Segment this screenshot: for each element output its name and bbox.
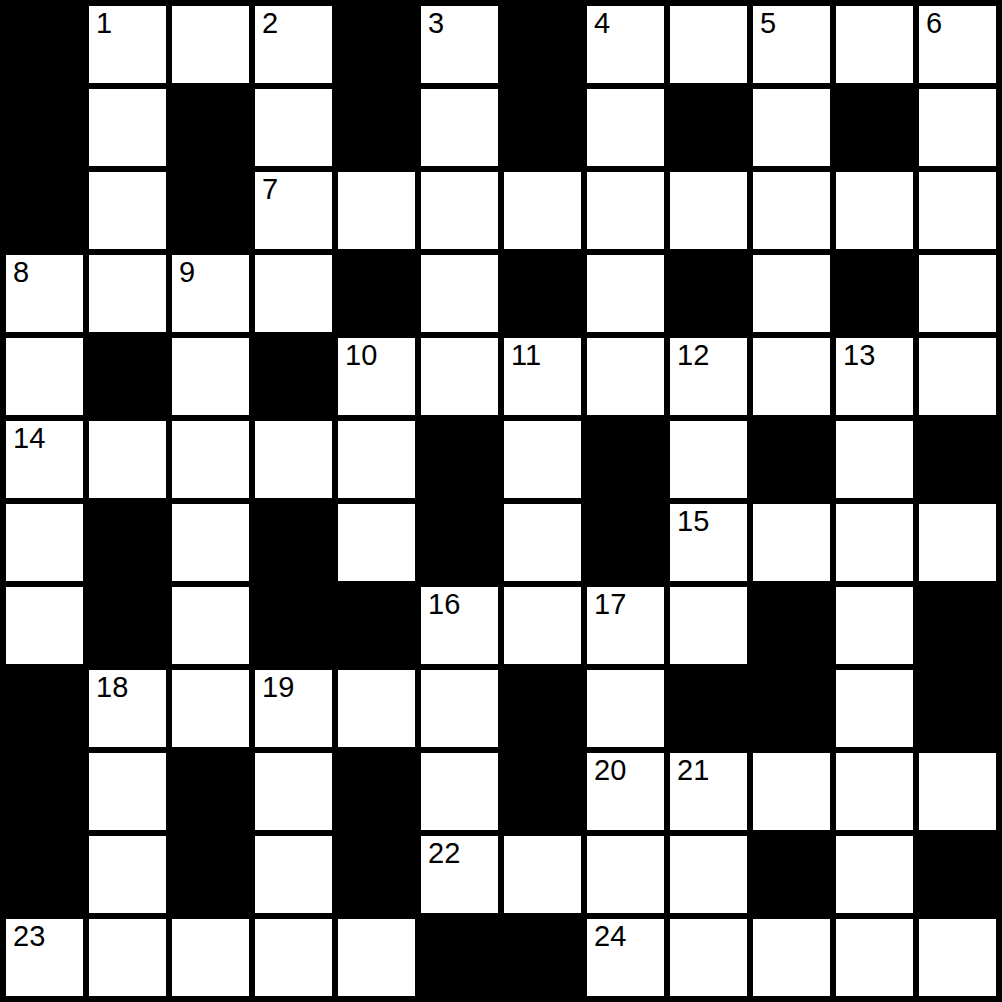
cell-r3-c2[interactable] bbox=[89, 172, 166, 249]
cell-r8-c11[interactable] bbox=[836, 587, 913, 664]
cell-r10-c6[interactable] bbox=[421, 753, 498, 830]
cell-r12-c2[interactable] bbox=[89, 919, 166, 996]
clue-number-3: 3 bbox=[428, 8, 444, 40]
cell-r5-c5[interactable]: 10 bbox=[338, 338, 415, 415]
cell-r4-c10[interactable] bbox=[753, 255, 830, 332]
cell-r8-c9[interactable] bbox=[670, 587, 747, 664]
cell-r3-c6[interactable] bbox=[421, 172, 498, 249]
cell-r1-c6[interactable]: 3 bbox=[421, 6, 498, 83]
clue-number-17: 17 bbox=[594, 589, 626, 621]
clue-number-13: 13 bbox=[843, 340, 875, 372]
cell-r5-c9[interactable]: 12 bbox=[670, 338, 747, 415]
black-cell-r10-c7 bbox=[504, 753, 581, 830]
cell-r2-c4[interactable] bbox=[255, 89, 332, 166]
black-cell-r6-c8 bbox=[587, 421, 664, 498]
black-cell-r8-c12 bbox=[919, 587, 996, 664]
cell-r12-c3[interactable] bbox=[172, 919, 249, 996]
cell-r7-c3[interactable] bbox=[172, 504, 249, 581]
cell-r8-c7[interactable] bbox=[504, 587, 581, 664]
cell-r1-c10[interactable]: 5 bbox=[753, 6, 830, 83]
cell-r6-c1[interactable]: 14 bbox=[6, 421, 83, 498]
black-cell-r9-c1 bbox=[6, 670, 83, 747]
cell-r1-c2[interactable]: 1 bbox=[89, 6, 166, 83]
cell-r5-c7[interactable]: 11 bbox=[504, 338, 581, 415]
black-cell-r4-c7 bbox=[504, 255, 581, 332]
cell-r1-c8[interactable]: 4 bbox=[587, 6, 664, 83]
cell-r8-c8[interactable]: 17 bbox=[587, 587, 664, 664]
black-cell-r4-c5 bbox=[338, 255, 415, 332]
clue-number-5: 5 bbox=[760, 8, 776, 40]
cell-r10-c12[interactable] bbox=[919, 753, 996, 830]
cell-r11-c9[interactable] bbox=[670, 836, 747, 913]
black-cell-r9-c12 bbox=[919, 670, 996, 747]
clue-number-24: 24 bbox=[594, 921, 626, 953]
clue-number-16: 16 bbox=[428, 589, 460, 621]
cell-r5-c11[interactable]: 13 bbox=[836, 338, 913, 415]
clue-number-7: 7 bbox=[262, 174, 278, 206]
cell-r3-c7[interactable] bbox=[504, 172, 581, 249]
cell-r9-c4[interactable]: 19 bbox=[255, 670, 332, 747]
cell-r4-c1[interactable]: 8 bbox=[6, 255, 83, 332]
black-cell-r11-c10 bbox=[753, 836, 830, 913]
cell-r2-c2[interactable] bbox=[89, 89, 166, 166]
cell-r10-c9[interactable]: 21 bbox=[670, 753, 747, 830]
cell-r3-c11[interactable] bbox=[836, 172, 913, 249]
black-cell-r6-c12 bbox=[919, 421, 996, 498]
cell-r1-c11[interactable] bbox=[836, 6, 913, 83]
black-cell-r7-c8 bbox=[587, 504, 664, 581]
cell-r5-c1[interactable] bbox=[6, 338, 83, 415]
cell-r9-c2[interactable]: 18 bbox=[89, 670, 166, 747]
cell-r12-c12[interactable] bbox=[919, 919, 996, 996]
black-cell-r8-c10 bbox=[753, 587, 830, 664]
cell-r11-c7[interactable] bbox=[504, 836, 581, 913]
black-cell-r10-c3 bbox=[172, 753, 249, 830]
clue-number-9: 9 bbox=[179, 257, 195, 289]
black-cell-r7-c4 bbox=[255, 504, 332, 581]
cell-r5-c8[interactable] bbox=[587, 338, 664, 415]
cell-r5-c6[interactable] bbox=[421, 338, 498, 415]
cell-r11-c2[interactable] bbox=[89, 836, 166, 913]
cell-r2-c10[interactable] bbox=[753, 89, 830, 166]
cell-r9-c5[interactable] bbox=[338, 670, 415, 747]
cell-r7-c5[interactable] bbox=[338, 504, 415, 581]
cell-r11-c11[interactable] bbox=[836, 836, 913, 913]
cell-r6-c4[interactable] bbox=[255, 421, 332, 498]
black-cell-r4-c9 bbox=[670, 255, 747, 332]
cell-r9-c3[interactable] bbox=[172, 670, 249, 747]
black-cell-r9-c9 bbox=[670, 670, 747, 747]
cell-r5-c10[interactable] bbox=[753, 338, 830, 415]
cell-r7-c11[interactable] bbox=[836, 504, 913, 581]
cell-r3-c8[interactable] bbox=[587, 172, 664, 249]
cell-r9-c6[interactable] bbox=[421, 670, 498, 747]
black-cell-r2-c11 bbox=[836, 89, 913, 166]
cell-r12-c8[interactable]: 24 bbox=[587, 919, 664, 996]
cell-r12-c1[interactable]: 23 bbox=[6, 919, 83, 996]
cell-r11-c8[interactable] bbox=[587, 836, 664, 913]
cell-r12-c9[interactable] bbox=[670, 919, 747, 996]
clue-number-15: 15 bbox=[677, 506, 709, 538]
cell-r4-c3[interactable]: 9 bbox=[172, 255, 249, 332]
clue-number-2: 2 bbox=[262, 8, 278, 40]
black-cell-r2-c5 bbox=[338, 89, 415, 166]
black-cell-r11-c12 bbox=[919, 836, 996, 913]
cell-r12-c4[interactable] bbox=[255, 919, 332, 996]
clue-number-4: 4 bbox=[594, 8, 610, 40]
crossword-grid: 123456789101112131415161718192021222324 bbox=[0, 0, 1002, 1002]
black-cell-r10-c5 bbox=[338, 753, 415, 830]
black-cell-r11-c1 bbox=[6, 836, 83, 913]
cell-r4-c12[interactable] bbox=[919, 255, 996, 332]
cell-r8-c1[interactable] bbox=[6, 587, 83, 664]
cell-r3-c4[interactable]: 7 bbox=[255, 172, 332, 249]
cell-r1-c9[interactable] bbox=[670, 6, 747, 83]
cell-r11-c6[interactable]: 22 bbox=[421, 836, 498, 913]
cell-r1-c12[interactable]: 6 bbox=[919, 6, 996, 83]
clue-number-6: 6 bbox=[926, 8, 942, 40]
cell-r2-c6[interactable] bbox=[421, 89, 498, 166]
clue-number-11: 11 bbox=[511, 340, 541, 372]
black-cell-r7-c2 bbox=[89, 504, 166, 581]
clue-number-14: 14 bbox=[13, 423, 45, 455]
cell-r6-c2[interactable] bbox=[89, 421, 166, 498]
cell-r2-c8[interactable] bbox=[587, 89, 664, 166]
cell-r10-c10[interactable] bbox=[753, 753, 830, 830]
cell-r3-c12[interactable] bbox=[919, 172, 996, 249]
cell-r3-c9[interactable] bbox=[670, 172, 747, 249]
cell-r6-c3[interactable] bbox=[172, 421, 249, 498]
black-cell-r1-c7 bbox=[504, 6, 581, 83]
black-cell-r5-c2 bbox=[89, 338, 166, 415]
black-cell-r9-c10 bbox=[753, 670, 830, 747]
cell-r8-c3[interactable] bbox=[172, 587, 249, 664]
cell-r1-c4[interactable]: 2 bbox=[255, 6, 332, 83]
black-cell-r6-c6 bbox=[421, 421, 498, 498]
cell-r8-c6[interactable]: 16 bbox=[421, 587, 498, 664]
cell-r12-c10[interactable] bbox=[753, 919, 830, 996]
clue-number-8: 8 bbox=[13, 257, 29, 289]
cell-r7-c12[interactable] bbox=[919, 504, 996, 581]
cell-r3-c10[interactable] bbox=[753, 172, 830, 249]
black-cell-r8-c2 bbox=[89, 587, 166, 664]
black-cell-r5-c4 bbox=[255, 338, 332, 415]
black-cell-r8-c4 bbox=[255, 587, 332, 664]
cell-r10-c4[interactable] bbox=[255, 753, 332, 830]
cell-r12-c5[interactable] bbox=[338, 919, 415, 996]
black-cell-r10-c1 bbox=[6, 753, 83, 830]
cell-r6-c5[interactable] bbox=[338, 421, 415, 498]
cell-r7-c1[interactable] bbox=[6, 504, 83, 581]
cell-r12-c11[interactable] bbox=[836, 919, 913, 996]
cell-r9-c8[interactable] bbox=[587, 670, 664, 747]
cell-r4-c2[interactable] bbox=[89, 255, 166, 332]
cell-r2-c12[interactable] bbox=[919, 89, 996, 166]
black-cell-r7-c6 bbox=[421, 504, 498, 581]
cell-r7-c10[interactable] bbox=[753, 504, 830, 581]
black-cell-r12-c6 bbox=[421, 919, 498, 996]
clue-number-22: 22 bbox=[428, 838, 460, 870]
black-cell-r6-c10 bbox=[753, 421, 830, 498]
black-cell-r4-c11 bbox=[836, 255, 913, 332]
black-cell-r3-c1 bbox=[6, 172, 83, 249]
cell-r4-c4[interactable] bbox=[255, 255, 332, 332]
black-cell-r2-c3 bbox=[172, 89, 249, 166]
cell-r9-c11[interactable] bbox=[836, 670, 913, 747]
black-cell-r1-c5 bbox=[338, 6, 415, 83]
cell-r1-c3[interactable] bbox=[172, 6, 249, 83]
cell-r10-c2[interactable] bbox=[89, 753, 166, 830]
clue-number-1: 1 bbox=[96, 8, 112, 40]
black-cell-r1-c1 bbox=[6, 6, 83, 83]
black-cell-r8-c5 bbox=[338, 587, 415, 664]
black-cell-r3-c3 bbox=[172, 172, 249, 249]
cell-r4-c8[interactable] bbox=[587, 255, 664, 332]
clue-number-20: 20 bbox=[594, 755, 626, 787]
black-cell-r9-c7 bbox=[504, 670, 581, 747]
cell-r6-c11[interactable] bbox=[836, 421, 913, 498]
cell-r7-c9[interactable]: 15 bbox=[670, 504, 747, 581]
clue-number-23: 23 bbox=[13, 921, 45, 953]
cell-r6-c7[interactable] bbox=[504, 421, 581, 498]
black-cell-r2-c1 bbox=[6, 89, 83, 166]
black-cell-r2-c7 bbox=[504, 89, 581, 166]
clue-number-21: 21 bbox=[677, 755, 709, 787]
cell-r4-c6[interactable] bbox=[421, 255, 498, 332]
cell-r5-c3[interactable] bbox=[172, 338, 249, 415]
black-cell-r11-c5 bbox=[338, 836, 415, 913]
cell-r10-c8[interactable]: 20 bbox=[587, 753, 664, 830]
black-cell-r2-c9 bbox=[670, 89, 747, 166]
black-cell-r11-c3 bbox=[172, 836, 249, 913]
cell-r3-c5[interactable] bbox=[338, 172, 415, 249]
cell-r10-c11[interactable] bbox=[836, 753, 913, 830]
cell-r11-c4[interactable] bbox=[255, 836, 332, 913]
cell-r6-c9[interactable] bbox=[670, 421, 747, 498]
cell-r7-c7[interactable] bbox=[504, 504, 581, 581]
clue-number-10: 10 bbox=[345, 340, 377, 372]
black-cell-r12-c7 bbox=[504, 919, 581, 996]
clue-number-18: 18 bbox=[96, 672, 128, 704]
clue-number-12: 12 bbox=[677, 340, 709, 372]
cell-r5-c12[interactable] bbox=[919, 338, 996, 415]
clue-number-19: 19 bbox=[262, 672, 294, 704]
